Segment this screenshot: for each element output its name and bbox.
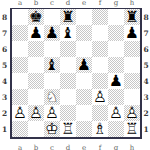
square-g3[interactable] (108, 89, 124, 105)
square-g2[interactable]: ♟♙ (108, 105, 124, 121)
square-f5[interactable] (92, 57, 108, 73)
chess-diagram: abcdefgh 87654321 ♚♜♜♟♟♝♟♝♟♟♞♘♟♙♟♙♟♙♟♙♟♙… (0, 0, 150, 150)
square-a1[interactable] (12, 121, 28, 137)
rank-labels-right: 87654321 (142, 9, 150, 137)
square-a5[interactable] (12, 57, 28, 73)
file-label-c: c (44, 144, 60, 150)
square-d6[interactable] (60, 41, 76, 57)
square-h3[interactable] (124, 89, 140, 105)
square-g4[interactable]: ♟ (108, 73, 124, 89)
file-label-a: a (12, 144, 28, 150)
square-b4[interactable] (28, 73, 44, 89)
rank-label-6: 6 (142, 41, 150, 57)
square-f1[interactable]: ♝♗ (92, 121, 108, 137)
white-pawn: ♟♙ (92, 89, 108, 105)
file-label-e: e (76, 144, 92, 150)
square-a4[interactable] (12, 73, 28, 89)
file-labels-bottom: abcdefgh (12, 144, 140, 150)
square-c4[interactable] (44, 73, 60, 89)
square-c7[interactable]: ♟ (44, 25, 60, 41)
square-d5[interactable] (60, 57, 76, 73)
square-h5[interactable] (124, 57, 140, 73)
rank-label-1: 1 (142, 121, 150, 137)
square-b2[interactable]: ♟♙ (28, 105, 44, 121)
black-pawn: ♟ (108, 73, 124, 89)
rank-label-3: 3 (0, 89, 9, 105)
square-e6[interactable] (76, 41, 92, 57)
square-f2[interactable] (92, 105, 108, 121)
black-rook: ♜ (124, 9, 140, 25)
square-a6[interactable] (12, 41, 28, 57)
square-c5[interactable]: ♝ (44, 57, 60, 73)
file-label-b: b (28, 144, 44, 150)
black-king: ♚ (28, 9, 44, 25)
black-rook: ♜ (60, 9, 76, 25)
rank-label-3: 3 (142, 89, 150, 105)
white-pawn: ♟♙ (44, 105, 60, 121)
square-e2[interactable] (76, 105, 92, 121)
chessboard: ♚♜♜♟♟♝♟♝♟♟♞♘♟♙♟♙♟♙♟♙♟♙♟♙♚♔♜♖♝♗♜♖ (12, 9, 140, 137)
square-b5[interactable] (28, 57, 44, 73)
rank-labels-left: 87654321 (0, 9, 9, 137)
rank-label-2: 2 (142, 105, 150, 121)
square-d8[interactable]: ♜ (60, 9, 76, 25)
rank-label-2: 2 (0, 105, 9, 121)
rank-label-5: 5 (0, 57, 9, 73)
rank-label-4: 4 (142, 73, 150, 89)
file-label-d: d (60, 0, 76, 8)
board-frame: ♚♜♜♟♟♝♟♝♟♟♞♘♟♙♟♙♟♙♟♙♟♙♟♙♚♔♜♖♝♗♜♖ (10, 8, 142, 139)
square-c2[interactable]: ♟♙ (44, 105, 60, 121)
white-pawn: ♟♙ (12, 105, 28, 121)
square-g1[interactable] (108, 121, 124, 137)
file-label-c: c (44, 0, 60, 8)
square-b1[interactable] (28, 121, 44, 137)
white-rook: ♜♖ (60, 121, 76, 137)
rank-label-6: 6 (0, 41, 9, 57)
file-label-f: f (92, 0, 108, 8)
rank-label-8: 8 (142, 9, 150, 25)
square-d2[interactable] (60, 105, 76, 121)
file-label-e: e (76, 0, 92, 8)
square-e8[interactable] (76, 9, 92, 25)
square-b8[interactable]: ♚ (28, 9, 44, 25)
square-d4[interactable] (60, 73, 76, 89)
rank-label-8: 8 (0, 9, 9, 25)
square-d7[interactable]: ♝ (60, 25, 76, 41)
black-pawn: ♟ (28, 25, 44, 41)
white-bishop: ♝♗ (92, 121, 108, 137)
file-label-h: h (124, 144, 140, 150)
white-pawn: ♟♙ (108, 105, 124, 121)
square-h8[interactable]: ♜ (124, 9, 140, 25)
black-pawn: ♟ (76, 57, 92, 73)
file-label-h: h (124, 0, 140, 8)
square-d1[interactable]: ♜♖ (60, 121, 76, 137)
square-c6[interactable] (44, 41, 60, 57)
white-king: ♚♔ (44, 121, 60, 137)
square-d3[interactable] (60, 89, 76, 105)
black-pawn: ♟ (44, 25, 60, 41)
file-label-g: g (108, 144, 124, 150)
square-b6[interactable] (28, 41, 44, 57)
square-f4[interactable] (92, 73, 108, 89)
rank-label-7: 7 (142, 25, 150, 41)
file-label-g: g (108, 0, 124, 8)
square-c3[interactable]: ♞♘ (44, 89, 60, 105)
square-f7[interactable] (92, 25, 108, 41)
white-pawn: ♟♙ (28, 105, 44, 121)
square-g5[interactable] (108, 57, 124, 73)
square-b7[interactable]: ♟ (28, 25, 44, 41)
square-e3[interactable] (76, 89, 92, 105)
rank-label-1: 1 (0, 121, 9, 137)
square-h1[interactable]: ♜♖ (124, 121, 140, 137)
file-label-f: f (92, 144, 108, 150)
rank-label-5: 5 (142, 57, 150, 73)
black-bishop: ♝ (60, 25, 76, 41)
rank-label-4: 4 (0, 73, 9, 89)
square-e5[interactable]: ♟ (76, 57, 92, 73)
file-label-b: b (28, 0, 44, 8)
square-c8[interactable] (44, 9, 60, 25)
square-f8[interactable] (92, 9, 108, 25)
rank-label-7: 7 (0, 25, 9, 41)
square-a7[interactable] (12, 25, 28, 41)
black-pawn: ♟ (124, 25, 140, 41)
white-knight: ♞♘ (44, 89, 60, 105)
square-a2[interactable]: ♟♙ (12, 105, 28, 121)
square-a8[interactable] (12, 9, 28, 25)
black-bishop: ♝ (44, 57, 60, 73)
square-e1[interactable] (76, 121, 92, 137)
white-rook: ♜♖ (124, 121, 140, 137)
square-g8[interactable] (108, 9, 124, 25)
square-e7[interactable] (76, 25, 92, 41)
square-f6[interactable] (92, 41, 108, 57)
square-g6[interactable] (108, 41, 124, 57)
square-h2[interactable]: ♟♙ (124, 105, 140, 121)
square-f3[interactable]: ♟♙ (92, 89, 108, 105)
square-g7[interactable] (108, 25, 124, 41)
white-pawn: ♟♙ (124, 105, 140, 121)
square-h7[interactable]: ♟ (124, 25, 140, 41)
square-h6[interactable] (124, 41, 140, 57)
square-h4[interactable] (124, 73, 140, 89)
square-b3[interactable] (28, 89, 44, 105)
square-c1[interactable]: ♚♔ (44, 121, 60, 137)
square-a3[interactable] (12, 89, 28, 105)
square-e4[interactable] (76, 73, 92, 89)
file-labels-top: abcdefgh (12, 0, 140, 8)
file-label-a: a (12, 0, 28, 8)
file-label-d: d (60, 144, 76, 150)
